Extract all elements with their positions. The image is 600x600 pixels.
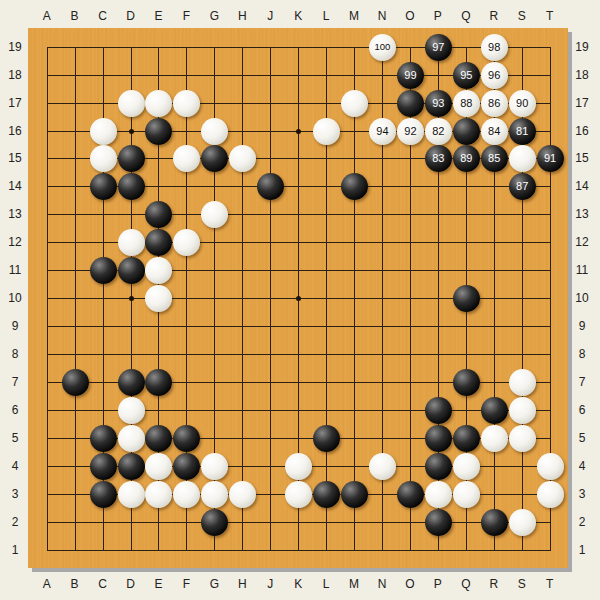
column-label-bottom-G: G [210, 577, 219, 591]
stone-F4 [173, 453, 200, 480]
stone-F17 [173, 90, 200, 117]
column-label-bottom-O: O [405, 577, 414, 591]
row-label-left-18: 18 [8, 68, 21, 82]
star-point-D16 [129, 129, 134, 134]
move-number-S16: 81 [516, 126, 528, 137]
stone-H3 [229, 481, 256, 508]
row-label-right-19: 19 [575, 40, 588, 54]
stone-R6 [481, 397, 508, 424]
move-number-P19: 97 [432, 42, 444, 53]
stone-E10 [145, 285, 172, 312]
row-label-right-4: 4 [579, 459, 586, 473]
stone-D6 [118, 397, 145, 424]
row-label-left-5: 5 [12, 431, 19, 445]
stone-M14 [341, 173, 368, 200]
column-label-top-N: N [378, 9, 387, 23]
row-label-right-8: 8 [579, 347, 586, 361]
column-label-bottom-H: H [238, 577, 247, 591]
move-number-N16: 94 [376, 126, 388, 137]
stone-G13 [201, 201, 228, 228]
stone-P4 [425, 453, 452, 480]
stone-O18: 99 [397, 62, 424, 89]
row-label-left-12: 12 [8, 235, 21, 249]
stone-D14 [118, 173, 145, 200]
row-label-right-14: 14 [575, 179, 588, 193]
row-label-right-11: 11 [576, 263, 588, 277]
grid-line-h-9 [47, 326, 551, 327]
stone-C3 [90, 481, 117, 508]
stone-S15 [509, 145, 536, 172]
stone-G3 [201, 481, 228, 508]
row-label-left-6: 6 [12, 403, 19, 417]
row-label-right-7: 7 [579, 375, 586, 389]
stone-Q10 [453, 285, 480, 312]
stone-Q5 [453, 425, 480, 452]
stone-F3 [173, 481, 200, 508]
stone-F12 [173, 229, 200, 256]
column-label-top-E: E [154, 9, 162, 23]
column-label-bottom-D: D [126, 577, 135, 591]
stone-Q4 [453, 453, 480, 480]
grid-line-h-8 [47, 354, 551, 355]
column-label-top-M: M [349, 9, 359, 23]
row-label-right-9: 9 [579, 319, 586, 333]
column-label-bottom-L: L [323, 577, 330, 591]
column-label-bottom-C: C [98, 577, 107, 591]
column-label-bottom-T: T [546, 577, 553, 591]
column-label-top-J: J [267, 9, 273, 23]
stone-H15 [229, 145, 256, 172]
column-label-top-S: S [518, 9, 526, 23]
grid-line-v-M [354, 47, 355, 551]
stone-N19: 100 [369, 34, 396, 61]
column-label-top-K: K [294, 9, 302, 23]
stone-F15 [173, 145, 200, 172]
stone-T4 [537, 453, 564, 480]
stone-B7 [62, 369, 89, 396]
stone-E17 [145, 90, 172, 117]
go-board-diagram: 1009798999596938886909492828481838985918… [0, 0, 600, 600]
stone-C4 [90, 453, 117, 480]
stone-P17: 93 [425, 90, 452, 117]
stone-C5 [90, 425, 117, 452]
stone-G16 [201, 118, 228, 145]
stone-Q16 [453, 118, 480, 145]
stone-T3 [537, 481, 564, 508]
stone-P5 [425, 425, 452, 452]
stone-S7 [509, 369, 536, 396]
stone-L3 [313, 481, 340, 508]
stone-R2 [481, 509, 508, 536]
row-label-left-15: 15 [8, 151, 21, 165]
move-number-P17: 93 [432, 98, 444, 109]
stone-K4 [285, 453, 312, 480]
row-label-left-4: 4 [12, 459, 19, 473]
stone-E5 [145, 425, 172, 452]
move-number-R16: 84 [488, 126, 500, 137]
column-label-top-D: D [126, 9, 135, 23]
move-number-R18: 96 [488, 70, 500, 81]
stone-C14 [90, 173, 117, 200]
column-label-top-C: C [98, 9, 107, 23]
column-label-bottom-A: A [43, 577, 51, 591]
stone-Q18: 95 [453, 62, 480, 89]
stone-M3 [341, 481, 368, 508]
column-label-top-O: O [405, 9, 414, 23]
column-label-top-F: F [183, 9, 190, 23]
stone-S16: 81 [509, 118, 536, 145]
star-point-D10 [129, 296, 134, 301]
row-label-left-8: 8 [12, 347, 19, 361]
stone-S5 [509, 425, 536, 452]
column-label-top-R: R [489, 9, 498, 23]
column-label-top-L: L [323, 9, 330, 23]
stone-Q3 [453, 481, 480, 508]
stone-E13 [145, 201, 172, 228]
column-label-top-A: A [43, 9, 51, 23]
column-label-bottom-R: R [489, 577, 498, 591]
stone-R16: 84 [481, 118, 508, 145]
row-label-left-3: 3 [12, 487, 19, 501]
stone-E3 [145, 481, 172, 508]
stone-S17: 90 [509, 90, 536, 117]
row-label-right-12: 12 [575, 235, 588, 249]
row-label-left-16: 16 [8, 124, 21, 138]
move-number-N19: 100 [375, 42, 391, 52]
stone-E4 [145, 453, 172, 480]
row-label-left-9: 9 [12, 319, 19, 333]
row-label-left-2: 2 [12, 515, 19, 529]
stone-R17: 86 [481, 90, 508, 117]
column-label-top-Q: Q [461, 9, 470, 23]
move-number-S17: 90 [516, 98, 528, 109]
column-label-bottom-J: J [267, 577, 273, 591]
move-number-Q18: 95 [460, 70, 472, 81]
stone-P19: 97 [425, 34, 452, 61]
row-label-left-14: 14 [8, 179, 21, 193]
column-label-bottom-E: E [154, 577, 162, 591]
stone-P3 [425, 481, 452, 508]
stone-D11 [118, 257, 145, 284]
stone-R5 [481, 425, 508, 452]
row-label-right-5: 5 [579, 431, 586, 445]
stone-E7 [145, 369, 172, 396]
move-number-O18: 99 [404, 70, 416, 81]
stone-M17 [341, 90, 368, 117]
column-label-bottom-K: K [294, 577, 302, 591]
move-number-P16: 82 [432, 126, 444, 137]
stone-E11 [145, 257, 172, 284]
go-board: 1009798999596938886909492828481838985918… [28, 28, 568, 568]
move-number-Q17: 88 [460, 98, 472, 109]
stone-S2 [509, 509, 536, 536]
stone-D15 [118, 145, 145, 172]
stone-T15: 91 [537, 145, 564, 172]
column-label-bottom-S: S [518, 577, 526, 591]
row-label-left-1: 1 [12, 543, 19, 557]
stone-C11 [90, 257, 117, 284]
stone-O17 [397, 90, 424, 117]
stone-G15 [201, 145, 228, 172]
stone-S14: 87 [509, 173, 536, 200]
row-label-right-2: 2 [579, 515, 586, 529]
stone-L5 [313, 425, 340, 452]
stone-F5 [173, 425, 200, 452]
stone-Q7 [453, 369, 480, 396]
stone-D12 [118, 229, 145, 256]
stone-R19: 98 [481, 34, 508, 61]
row-label-left-11: 11 [9, 263, 21, 277]
stone-O3 [397, 481, 424, 508]
stone-N16: 94 [369, 118, 396, 145]
move-number-O16: 92 [404, 126, 416, 137]
stone-G2 [201, 509, 228, 536]
row-label-right-15: 15 [575, 151, 588, 165]
column-label-top-G: G [210, 9, 219, 23]
row-label-right-18: 18 [575, 68, 588, 82]
row-label-left-17: 17 [8, 96, 21, 110]
column-label-top-B: B [71, 9, 79, 23]
column-label-top-H: H [238, 9, 247, 23]
stone-D5 [118, 425, 145, 452]
stone-G4 [201, 453, 228, 480]
row-label-right-10: 10 [575, 291, 588, 305]
move-number-R19: 98 [488, 42, 500, 53]
column-label-bottom-M: M [349, 577, 359, 591]
column-label-bottom-F: F [183, 577, 190, 591]
column-label-bottom-P: P [434, 577, 442, 591]
stone-Q17: 88 [453, 90, 480, 117]
star-point-K10 [296, 296, 301, 301]
stone-P16: 82 [425, 118, 452, 145]
row-label-right-6: 6 [579, 403, 586, 417]
stone-D4 [118, 453, 145, 480]
row-label-right-16: 16 [575, 124, 588, 138]
stone-P2 [425, 509, 452, 536]
stone-C15 [90, 145, 117, 172]
stone-L16 [313, 118, 340, 145]
stone-D17 [118, 90, 145, 117]
row-label-right-17: 17 [575, 96, 588, 110]
move-number-Q15: 89 [460, 153, 472, 164]
star-point-K16 [296, 129, 301, 134]
stone-P15: 83 [425, 145, 452, 172]
column-label-bottom-B: B [71, 577, 79, 591]
column-label-top-P: P [434, 9, 442, 23]
stone-C16 [90, 118, 117, 145]
stone-Q15: 89 [453, 145, 480, 172]
row-label-right-13: 13 [575, 207, 588, 221]
stone-E16 [145, 118, 172, 145]
stone-J14 [257, 173, 284, 200]
stone-S6 [509, 397, 536, 424]
column-label-bottom-N: N [378, 577, 387, 591]
grid-line-h-1 [47, 550, 551, 551]
stone-R18: 96 [481, 62, 508, 89]
stone-K3 [285, 481, 312, 508]
stone-D3 [118, 481, 145, 508]
move-number-R17: 86 [488, 98, 500, 109]
stone-R15: 85 [481, 145, 508, 172]
row-label-right-3: 3 [579, 487, 586, 501]
column-label-top-T: T [546, 9, 553, 23]
stone-P6 [425, 397, 452, 424]
stone-O16: 92 [397, 118, 424, 145]
row-label-left-7: 7 [12, 375, 19, 389]
move-number-T15: 91 [544, 153, 556, 164]
stone-N4 [369, 453, 396, 480]
move-number-P15: 83 [432, 153, 444, 164]
row-label-left-10: 10 [8, 291, 21, 305]
column-label-bottom-Q: Q [461, 577, 470, 591]
move-number-R15: 85 [488, 153, 500, 164]
row-label-left-13: 13 [8, 207, 21, 221]
row-label-left-19: 19 [8, 40, 21, 54]
move-number-S14: 87 [516, 181, 528, 192]
stone-E12 [145, 229, 172, 256]
stone-D7 [118, 369, 145, 396]
grid-line-h-2 [47, 522, 551, 523]
row-label-right-1: 1 [579, 543, 586, 557]
